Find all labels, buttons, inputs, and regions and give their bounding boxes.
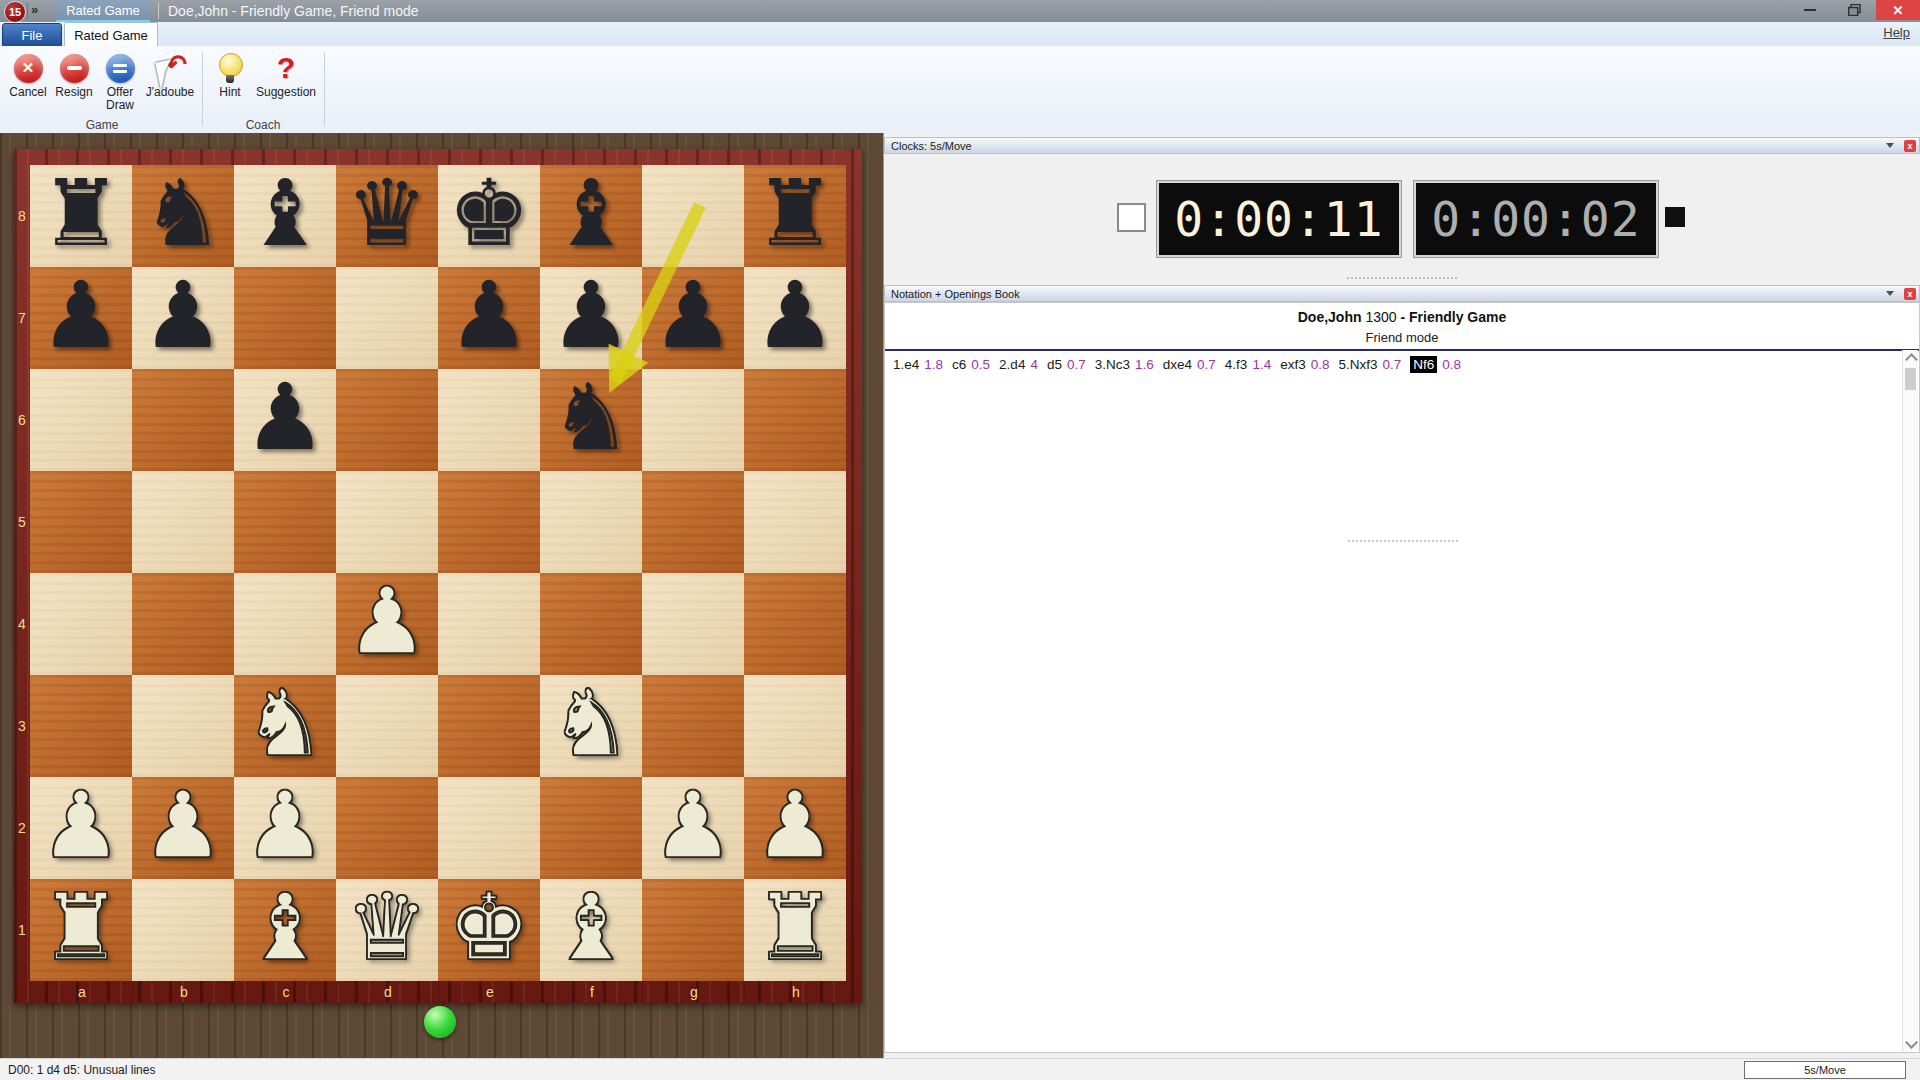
white-knight-c3[interactable]: ♞: [234, 673, 336, 775]
white-pawn-a2[interactable]: ♟: [30, 775, 132, 877]
hint-label: Hint: [208, 86, 252, 99]
square-h7[interactable]: ♟: [744, 267, 846, 369]
square-f8[interactable]: ♝: [540, 165, 642, 267]
move-list: 1.e41.8c60.52.d44d50.73.Nc31.6dxe40.74.f…: [893, 355, 1883, 374]
square-b7[interactable]: ♟: [132, 267, 234, 369]
offer-draw-icon: [106, 54, 135, 83]
square-a3[interactable]: [30, 675, 132, 777]
square-f3[interactable]: ♞: [540, 675, 642, 777]
move-current[interactable]: Nf6: [1410, 356, 1437, 373]
square-d7[interactable]: [336, 267, 438, 369]
move[interactable]: 1.e4: [893, 357, 919, 372]
clocks-header-title: Clocks: 5s/Move: [891, 140, 972, 152]
white-bishop-f1[interactable]: ♝: [540, 877, 642, 979]
suggestion-button[interactable]: ? Suggestion: [254, 50, 318, 122]
move[interactable]: dxe4: [1163, 357, 1192, 372]
clocks-panel-header[interactable]: Clocks: 5s/Move x: [884, 137, 1920, 154]
square-c3[interactable]: ♞: [234, 675, 336, 777]
square-e7[interactable]: ♟: [438, 267, 540, 369]
square-b8[interactable]: ♞: [132, 165, 234, 267]
black-clock: 0:00:02: [1414, 181, 1658, 257]
ribbon-group-coach-label: Coach: [208, 118, 318, 132]
black-bishop-f8[interactable]: ♝: [540, 163, 642, 265]
game-header: Doe,John 1300 - Friendly Game: [885, 309, 1919, 325]
white-rook-h1[interactable]: ♜: [744, 877, 846, 979]
square-e8[interactable]: ♚: [438, 165, 540, 267]
square-c1[interactable]: ♝: [234, 879, 336, 981]
rank-label-6: 6: [14, 369, 30, 471]
square-e1[interactable]: ♚: [438, 879, 540, 981]
jadoube-icon: ↶: [155, 53, 185, 83]
black-knight-b8[interactable]: ♞: [132, 163, 234, 265]
divider: [27, 3, 28, 19]
square-f6[interactable]: ♞: [540, 369, 642, 471]
square-d5[interactable]: [336, 471, 438, 573]
panel-close-icon[interactable]: x: [1904, 288, 1916, 300]
black-indicator: [1665, 207, 1685, 227]
board-squares: ♜♞♝♛♚♝♜♟♟♟♟♟♟♟♞♟♞♞♟♟♟♟♟♜♝♛♚♝♜: [30, 165, 846, 981]
square-h8[interactable]: ♜: [744, 165, 846, 267]
square-g5[interactable]: [642, 471, 744, 573]
rank-label-2: 2: [14, 777, 30, 879]
rank-label-3: 3: [14, 675, 30, 777]
notation-header-title: Notation + Openings Book: [891, 288, 1020, 300]
square-h3[interactable]: [744, 675, 846, 777]
scroll-down-icon[interactable]: [1905, 1036, 1918, 1049]
square-g1[interactable]: [642, 879, 744, 981]
square-c8[interactable]: ♝: [234, 165, 336, 267]
file-label-d: d: [336, 981, 439, 1003]
player-name: Doe,John: [1298, 309, 1362, 325]
white-king-e1[interactable]: ♚: [438, 877, 540, 979]
square-e4[interactable]: [438, 573, 540, 675]
file-label-c: c: [234, 981, 337, 1003]
square-g3[interactable]: [642, 675, 744, 777]
scroll-up-icon[interactable]: [1905, 353, 1918, 366]
notation-separator: [885, 349, 1919, 351]
panel-menu-chevron-icon[interactable]: [1886, 143, 1894, 148]
white-to-move-indicator: [1117, 203, 1146, 232]
square-f7[interactable]: ♟: [540, 267, 642, 369]
minimize-icon: [1804, 9, 1816, 11]
rank-label-5: 5: [14, 471, 30, 573]
white-pawn-b2[interactable]: ♟: [132, 775, 234, 877]
tab-file[interactable]: File: [2, 23, 62, 47]
square-h1[interactable]: ♜: [744, 879, 846, 981]
move[interactable]: 2.d4: [999, 357, 1025, 372]
suggestion-label: Suggestion: [254, 86, 318, 99]
titlebar-tab-rated-game[interactable]: Rated Game: [56, 0, 150, 22]
ribbon: ✕ Cancel Resign Offer Draw ↶ J'adoube Hi…: [0, 46, 1920, 134]
square-d2[interactable]: [336, 777, 438, 879]
hint-lightbulb-icon: [219, 53, 241, 83]
white-pawn-g2[interactable]: ♟: [642, 775, 744, 877]
dash: -: [1400, 309, 1405, 325]
ribbon-tab-row: File Rated Game Help: [0, 22, 1920, 47]
square-h6[interactable]: [744, 369, 846, 471]
square-a5[interactable]: [30, 471, 132, 573]
move-time: 1.6: [1135, 357, 1154, 372]
window-title: Doe,John - Friendly Game, Friend mode: [168, 0, 419, 22]
fritz-window: 15 » Rated Game Doe,John - Friendly Game…: [0, 0, 1920, 1080]
square-g7[interactable]: ♟: [642, 267, 744, 369]
resign-label: Resign: [52, 86, 96, 99]
square-f1[interactable]: ♝: [540, 879, 642, 981]
book-splitter-handle-icon[interactable]: [1348, 540, 1458, 542]
square-f4[interactable]: [540, 573, 642, 675]
file-label-a: a: [30, 981, 133, 1003]
move[interactable]: d5: [1047, 357, 1062, 372]
resign-button[interactable]: Resign: [52, 50, 96, 122]
square-a8[interactable]: ♜: [30, 165, 132, 267]
square-g4[interactable]: [642, 573, 744, 675]
move-time: 0.7: [1067, 357, 1086, 372]
square-a6[interactable]: [30, 369, 132, 471]
square-f2[interactable]: [540, 777, 642, 879]
square-b3[interactable]: [132, 675, 234, 777]
square-h4[interactable]: [744, 573, 846, 675]
move[interactable]: 5.Nxf3: [1338, 357, 1377, 372]
square-h5[interactable]: [744, 471, 846, 573]
file-label-g: g: [642, 981, 745, 1003]
app-logo-icon[interactable]: 15: [4, 1, 26, 23]
black-king-e8[interactable]: ♚: [438, 163, 540, 265]
move[interactable]: 4.f3: [1225, 357, 1248, 372]
square-b1[interactable]: [132, 879, 234, 981]
minimize-button[interactable]: [1788, 0, 1832, 20]
scrollbar-thumb[interactable]: [1905, 368, 1916, 390]
white-rook-a1[interactable]: ♜: [30, 877, 132, 979]
notation-scrollbar[interactable]: [1902, 350, 1918, 1052]
cancel-icon: ✕: [14, 54, 43, 83]
black-pawn-b7[interactable]: ♟: [132, 265, 234, 367]
move[interactable]: exf3: [1280, 357, 1306, 372]
square-a1[interactable]: ♜: [30, 879, 132, 981]
square-f5[interactable]: [540, 471, 642, 573]
black-pawn-c6[interactable]: ♟: [234, 367, 336, 469]
move[interactable]: c6: [952, 357, 966, 372]
square-d1[interactable]: ♛: [336, 879, 438, 981]
game-mode: Friend mode: [885, 330, 1919, 345]
black-pawn-a7[interactable]: ♟: [30, 265, 132, 367]
square-a4[interactable]: [30, 573, 132, 675]
resign-icon: [60, 54, 89, 83]
move-time: 0.8: [1442, 357, 1461, 372]
board-panel: ♜♞♝♛♚♝♜♟♟♟♟♟♟♟♞♟♞♞♟♟♟♟♟♜♝♛♚♝♜ 87654321 a…: [0, 133, 884, 1058]
square-g8[interactable]: [642, 165, 744, 267]
help-link[interactable]: Help: [1883, 25, 1910, 40]
ribbon-group-separator: [202, 52, 203, 126]
hint-button[interactable]: Hint: [208, 50, 252, 122]
ribbon-group-game-label: Game: [6, 118, 198, 132]
square-c6[interactable]: ♟: [234, 369, 336, 471]
move[interactable]: 3.Nc3: [1095, 357, 1130, 372]
move-time: 0.7: [1383, 357, 1402, 372]
square-d4[interactable]: ♟: [336, 573, 438, 675]
file-label-b: b: [132, 981, 235, 1003]
white-pawn-d4[interactable]: ♟: [336, 571, 438, 673]
square-d8[interactable]: ♛: [336, 165, 438, 267]
square-c7[interactable]: [234, 267, 336, 369]
offer-draw-label-2: Draw: [98, 99, 142, 112]
panel-menu-chevron-icon[interactable]: [1886, 291, 1894, 296]
black-queen-d8[interactable]: ♛: [336, 163, 438, 265]
panel-splitter[interactable]: [884, 270, 1920, 285]
status-bar: D00: 1 d4 d5: Unusual lines 5s/Move: [0, 1058, 1920, 1080]
square-b5[interactable]: [132, 471, 234, 573]
square-g6[interactable]: [642, 369, 744, 471]
square-g2[interactable]: ♟: [642, 777, 744, 879]
move-time: 4: [1030, 357, 1038, 372]
restore-button[interactable]: [1832, 0, 1876, 20]
notation-panel: Doe,John 1300 - Friendly Game Friend mod…: [884, 302, 1920, 1053]
white-clock: 0:00:11: [1157, 181, 1401, 257]
black-bishop-c8[interactable]: ♝: [234, 163, 336, 265]
square-a7[interactable]: ♟: [30, 267, 132, 369]
square-e5[interactable]: [438, 471, 540, 573]
divider: [158, 3, 159, 19]
black-rook-h8[interactable]: ♜: [744, 163, 846, 265]
move-time: 0.7: [1197, 357, 1216, 372]
white-knight-f3[interactable]: ♞: [540, 673, 642, 775]
move-time: 0.5: [971, 357, 990, 372]
opening-name: D00: 1 d4 d5: Unusual lines: [8, 1063, 155, 1077]
cancel-button[interactable]: ✕ Cancel: [6, 50, 50, 122]
square-h2[interactable]: ♟: [744, 777, 846, 879]
square-c2[interactable]: ♟: [234, 777, 336, 879]
black-rook-a8[interactable]: ♜: [30, 163, 132, 265]
square-b6[interactable]: [132, 369, 234, 471]
game-type: Friendly Game: [1409, 309, 1506, 325]
notation-panel-header[interactable]: Notation + Openings Book x: [884, 285, 1920, 302]
rank-label-8: 8: [14, 165, 30, 267]
close-icon: ✕: [1893, 3, 1904, 18]
suggestion-question-icon: ?: [277, 51, 295, 85]
cancel-label: Cancel: [6, 86, 50, 99]
square-d3[interactable]: [336, 675, 438, 777]
rank-label-7: 7: [14, 267, 30, 369]
file-label-f: f: [540, 981, 643, 1003]
square-b2[interactable]: ♟: [132, 777, 234, 879]
panel-close-icon[interactable]: x: [1904, 140, 1916, 152]
white-pawn-h2[interactable]: ♟: [744, 775, 846, 877]
restore-icon: [1848, 4, 1861, 16]
file-label-e: e: [438, 981, 541, 1003]
square-c5[interactable]: [234, 471, 336, 573]
black-pawn-e7[interactable]: ♟: [438, 265, 540, 367]
black-pawn-g7[interactable]: ♟: [642, 265, 744, 367]
white-bishop-c1[interactable]: ♝: [234, 877, 336, 979]
rank-label-1: 1: [14, 879, 30, 981]
jadoube-button[interactable]: ↶ J'adoube: [144, 50, 196, 122]
square-c4[interactable]: [234, 573, 336, 675]
move-time: 1.4: [1252, 357, 1271, 372]
black-pawn-f7[interactable]: ♟: [540, 265, 642, 367]
square-e2[interactable]: [438, 777, 540, 879]
square-d6[interactable]: [336, 369, 438, 471]
tab-rated-game[interactable]: Rated Game: [64, 22, 158, 47]
move-time: 1.8: [924, 357, 943, 372]
white-pawn-c2[interactable]: ♟: [234, 775, 336, 877]
white-queen-d1[interactable]: ♛: [336, 877, 438, 979]
square-a2[interactable]: ♟: [30, 777, 132, 879]
square-e3[interactable]: [438, 675, 540, 777]
move-time: 0.8: [1311, 357, 1330, 372]
square-b4[interactable]: [132, 573, 234, 675]
file-label-h: h: [744, 981, 847, 1003]
square-e6[interactable]: [438, 369, 540, 471]
black-pawn-h7[interactable]: ♟: [744, 265, 846, 367]
offer-draw-button[interactable]: Offer Draw: [98, 50, 142, 122]
close-button[interactable]: ✕: [1876, 0, 1920, 20]
player-rating: 1300: [1365, 309, 1396, 325]
rank-label-4: 4: [14, 573, 30, 675]
clocks-panel: [884, 154, 1920, 270]
title-bar: 15 » Rated Game Doe,John - Friendly Game…: [0, 0, 1920, 23]
quick-access-chevron-icon[interactable]: »: [31, 2, 38, 17]
engine-status-light: [424, 1006, 456, 1038]
splitter-handle-icon: [1347, 277, 1457, 279]
black-knight-f6[interactable]: ♞: [540, 367, 642, 469]
time-control-button[interactable]: 5s/Move: [1744, 1061, 1906, 1079]
ribbon-group-separator: [324, 52, 325, 126]
